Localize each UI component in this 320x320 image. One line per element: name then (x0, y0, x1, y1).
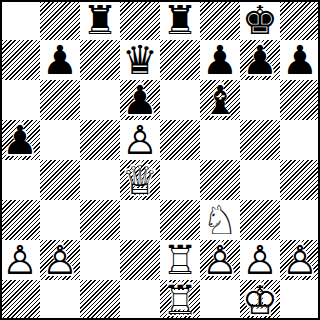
square-a7[interactable] (0, 40, 40, 80)
square-e6[interactable] (160, 80, 200, 120)
square-f6[interactable]: ♝♝ (200, 80, 240, 120)
square-e1[interactable]: ♜♖ (160, 280, 200, 320)
square-d4[interactable]: ♛♕ (120, 160, 160, 200)
square-h7[interactable]: ♟♟ (280, 40, 320, 80)
square-b5[interactable] (40, 120, 80, 160)
square-g5[interactable] (240, 120, 280, 160)
square-h2[interactable]: ♟♙ (280, 240, 320, 280)
square-c1[interactable] (80, 280, 120, 320)
square-b7[interactable]: ♟♟ (40, 40, 80, 80)
black-bishop: ♝ (200, 80, 240, 120)
square-a2[interactable]: ♟♙ (0, 240, 40, 280)
white-pawn: ♙ (0, 240, 40, 280)
square-g1[interactable]: ♚♔ (240, 280, 280, 320)
square-h1[interactable] (280, 280, 320, 320)
square-f2[interactable]: ♟♙ (200, 240, 240, 280)
square-c6[interactable] (80, 80, 120, 120)
square-c2[interactable] (80, 240, 120, 280)
square-g4[interactable] (240, 160, 280, 200)
white-pawn: ♙ (200, 240, 240, 280)
square-e7[interactable] (160, 40, 200, 80)
black-pawn: ♟ (0, 120, 40, 160)
black-pawn: ♟ (280, 40, 320, 80)
square-h4[interactable] (280, 160, 320, 200)
square-g7[interactable]: ♟♟ (240, 40, 280, 80)
black-rook: ♜ (160, 0, 200, 40)
white-pawn: ♙ (280, 240, 320, 280)
square-c4[interactable] (80, 160, 120, 200)
square-d3[interactable] (120, 200, 160, 240)
white-rook: ♖ (160, 280, 200, 320)
square-g6[interactable] (240, 80, 280, 120)
square-e8[interactable]: ♜♜ (160, 0, 200, 40)
square-c3[interactable] (80, 200, 120, 240)
black-rook: ♜ (80, 0, 120, 40)
square-h6[interactable] (280, 80, 320, 120)
black-pawn: ♟ (240, 40, 280, 80)
square-b1[interactable] (40, 280, 80, 320)
square-a1[interactable] (0, 280, 40, 320)
square-b2[interactable]: ♟♙ (40, 240, 80, 280)
square-a4[interactable] (0, 160, 40, 200)
square-e5[interactable] (160, 120, 200, 160)
white-king: ♔ (240, 280, 280, 320)
square-d1[interactable] (120, 280, 160, 320)
square-f5[interactable] (200, 120, 240, 160)
square-h5[interactable] (280, 120, 320, 160)
square-c8[interactable]: ♜♜ (80, 0, 120, 40)
square-c5[interactable] (80, 120, 120, 160)
white-pawn: ♙ (40, 240, 80, 280)
square-a5[interactable]: ♟♟ (0, 120, 40, 160)
square-f1[interactable] (200, 280, 240, 320)
square-d2[interactable] (120, 240, 160, 280)
square-e4[interactable] (160, 160, 200, 200)
black-pawn: ♟ (40, 40, 80, 80)
square-b6[interactable] (40, 80, 80, 120)
chess-board: ♜♜♜♜♚♚♟♟♛♛♟♟♟♟♟♟♟♟♝♝♟♟♟♙♛♕♞♘♟♙♟♙♜♖♟♙♟♙♟♙… (0, 0, 320, 320)
square-b4[interactable] (40, 160, 80, 200)
white-queen: ♕ (120, 160, 160, 200)
square-c7[interactable] (80, 40, 120, 80)
square-a8[interactable] (0, 0, 40, 40)
